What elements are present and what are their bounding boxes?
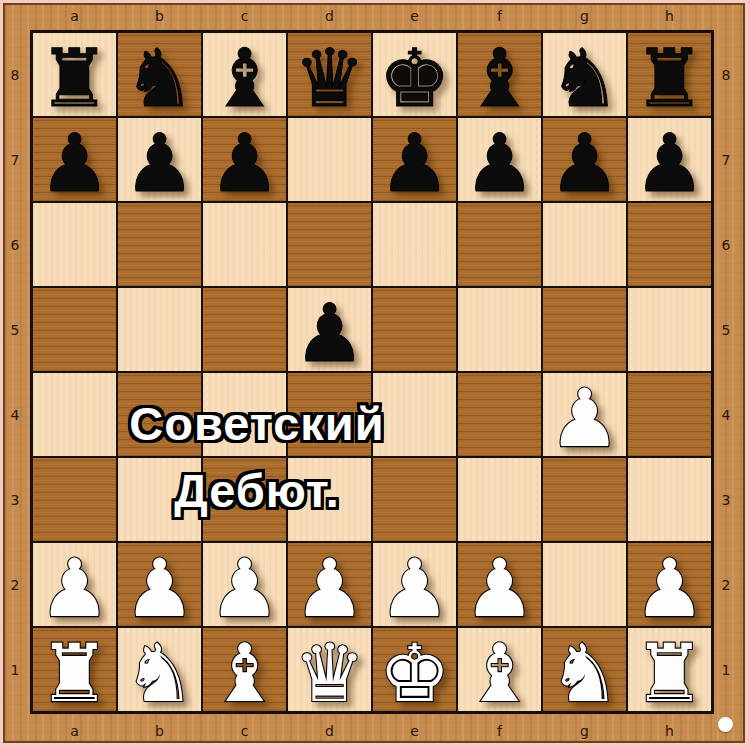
square-a7[interactable]: ♟ [33,118,116,201]
piece-white-king[interactable]: ♚ [379,634,451,714]
square-a5[interactable] [33,288,116,371]
square-b7[interactable]: ♟ [118,118,201,201]
square-d2[interactable]: ♟ [288,543,371,626]
rank-label-7-left: 7 [3,148,27,172]
file-label-c-bottom: c [225,719,265,743]
rank-label-4-right: 4 [714,403,738,427]
piece-white-rook[interactable]: ♜ [39,634,111,714]
piece-black-rook[interactable]: ♜ [634,39,706,119]
square-f2[interactable]: ♟ [458,543,541,626]
piece-black-rook[interactable]: ♜ [39,39,111,119]
square-c3[interactable] [203,458,286,541]
piece-white-pawn[interactable]: ♟ [294,549,366,629]
piece-white-knight[interactable]: ♞ [549,634,621,714]
square-g5[interactable] [543,288,626,371]
square-h3[interactable] [628,458,711,541]
file-label-a-bottom: a [55,719,95,743]
piece-black-pawn[interactable]: ♟ [549,124,621,204]
square-c7[interactable]: ♟ [203,118,286,201]
square-e5[interactable] [373,288,456,371]
square-e4[interactable] [373,373,456,456]
square-h6[interactable] [628,203,711,286]
square-g2[interactable] [543,543,626,626]
piece-black-knight[interactable]: ♞ [124,39,196,119]
piece-white-bishop[interactable]: ♝ [464,634,536,714]
square-d5[interactable]: ♟ [288,288,371,371]
square-h2[interactable]: ♟ [628,543,711,626]
square-f3[interactable] [458,458,541,541]
piece-black-bishop[interactable]: ♝ [209,39,281,119]
square-b6[interactable] [118,203,201,286]
rank-label-3-right: 3 [714,488,738,512]
square-h4[interactable] [628,373,711,456]
file-label-f-bottom: f [480,719,520,743]
square-f8[interactable]: ♝ [458,33,541,116]
square-g4[interactable]: ♟ [543,373,626,456]
piece-black-queen[interactable]: ♛ [294,39,366,119]
square-a4[interactable] [33,373,116,456]
square-e1[interactable]: ♚ [373,628,456,711]
file-label-g-bottom: g [565,719,605,743]
rank-label-2-right: 2 [714,573,738,597]
square-h8[interactable]: ♜ [628,33,711,116]
square-c2[interactable]: ♟ [203,543,286,626]
file-label-b-top: b [140,4,180,28]
square-a1[interactable]: ♜ [33,628,116,711]
square-b5[interactable] [118,288,201,371]
square-c8[interactable]: ♝ [203,33,286,116]
rank-label-1-right: 1 [714,658,738,682]
square-c6[interactable] [203,203,286,286]
piece-white-bishop[interactable]: ♝ [209,634,281,714]
square-e2[interactable]: ♟ [373,543,456,626]
square-c5[interactable] [203,288,286,371]
square-e7[interactable]: ♟ [373,118,456,201]
square-g1[interactable]: ♞ [543,628,626,711]
piece-black-king[interactable]: ♚ [379,39,451,119]
rank-label-1-left: 1 [3,658,27,682]
piece-white-pawn[interactable]: ♟ [464,549,536,629]
file-label-e-top: e [395,4,435,28]
file-label-h-bottom: h [650,719,690,743]
square-b8[interactable]: ♞ [118,33,201,116]
piece-white-pawn[interactable]: ♟ [634,549,706,629]
rank-label-5-right: 5 [714,318,738,342]
piece-white-pawn[interactable]: ♟ [379,549,451,629]
piece-black-pawn[interactable]: ♟ [634,124,706,204]
board: ♜♞♝♛♚♝♞♜♟♟♟♟♟♟♟♟♟♟♟♟♟♟♟♟♜♞♝♛♚♝♞♜ [30,30,714,714]
square-c1[interactable]: ♝ [203,628,286,711]
square-g3[interactable] [543,458,626,541]
piece-black-pawn[interactable]: ♟ [379,124,451,204]
piece-black-pawn[interactable]: ♟ [209,124,281,204]
square-e3[interactable] [373,458,456,541]
square-g7[interactable]: ♟ [543,118,626,201]
square-a2[interactable]: ♟ [33,543,116,626]
square-d3[interactable] [288,458,371,541]
file-label-b-bottom: b [140,719,180,743]
piece-white-pawn[interactable]: ♟ [124,549,196,629]
piece-white-pawn[interactable]: ♟ [209,549,281,629]
rank-label-8-right: 8 [714,63,738,87]
file-label-g-top: g [565,4,605,28]
rank-label-6-right: 6 [714,233,738,257]
file-label-e-bottom: e [395,719,435,743]
square-a8[interactable]: ♜ [33,33,116,116]
file-label-d-bottom: d [310,719,350,743]
rank-label-5-left: 5 [3,318,27,342]
file-label-h-top: h [650,4,690,28]
file-label-f-top: f [480,4,520,28]
file-label-d-top: d [310,4,350,28]
rank-label-7-right: 7 [714,148,738,172]
square-f5[interactable] [458,288,541,371]
rank-label-6-left: 6 [3,233,27,257]
square-a3[interactable] [33,458,116,541]
square-f7[interactable]: ♟ [458,118,541,201]
piece-black-bishop[interactable]: ♝ [464,39,536,119]
square-f1[interactable]: ♝ [458,628,541,711]
file-label-a-top: a [55,4,95,28]
square-b4[interactable] [118,373,201,456]
square-g8[interactable]: ♞ [543,33,626,116]
piece-white-knight[interactable]: ♞ [124,634,196,714]
square-d7[interactable] [288,118,371,201]
square-b3[interactable] [118,458,201,541]
piece-white-queen[interactable]: ♛ [294,634,366,714]
chessboard-app: ♜♞♝♛♚♝♞♜♟♟♟♟♟♟♟♟♟♟♟♟♟♟♟♟♜♞♝♛♚♝♞♜ Советск… [0,0,748,746]
square-e8[interactable]: ♚ [373,33,456,116]
square-b2[interactable]: ♟ [118,543,201,626]
file-label-c-top: c [225,4,265,28]
square-d6[interactable] [288,203,371,286]
rank-label-8-left: 8 [3,63,27,87]
square-d1[interactable]: ♛ [288,628,371,711]
square-d8[interactable]: ♛ [288,33,371,116]
piece-white-pawn[interactable]: ♟ [39,549,111,629]
square-h7[interactable]: ♟ [628,118,711,201]
rank-label-3-left: 3 [3,488,27,512]
square-h1[interactable]: ♜ [628,628,711,711]
square-c4[interactable] [203,373,286,456]
square-a6[interactable] [33,203,116,286]
square-h5[interactable] [628,288,711,371]
piece-black-pawn[interactable]: ♟ [124,124,196,204]
rank-label-4-left: 4 [3,403,27,427]
square-f6[interactable] [458,203,541,286]
rank-label-2-left: 2 [3,573,27,597]
piece-white-rook[interactable]: ♜ [634,634,706,714]
square-e6[interactable] [373,203,456,286]
piece-black-pawn[interactable]: ♟ [294,294,366,374]
square-g6[interactable] [543,203,626,286]
square-f4[interactable] [458,373,541,456]
square-d4[interactable] [288,373,371,456]
piece-black-knight[interactable]: ♞ [549,39,621,119]
square-b1[interactable]: ♞ [118,628,201,711]
piece-black-pawn[interactable]: ♟ [39,124,111,204]
piece-black-pawn[interactable]: ♟ [464,124,536,204]
turn-indicator-white-dot [718,717,733,732]
piece-white-pawn[interactable]: ♟ [549,379,621,459]
